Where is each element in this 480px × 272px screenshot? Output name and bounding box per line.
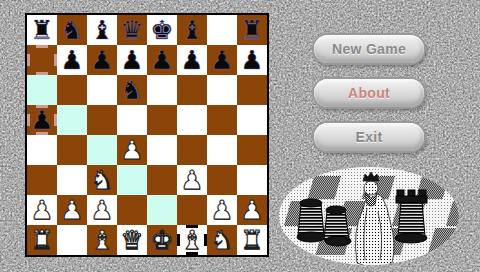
piece-white-knight: ♞ <box>207 225 237 255</box>
square-d3[interactable] <box>117 165 147 195</box>
square-e8[interactable]: ♚ <box>147 15 177 45</box>
square-d4[interactable]: ♟ <box>117 135 147 165</box>
square-c2[interactable]: ♟ <box>87 195 117 225</box>
square-d2[interactable] <box>117 195 147 225</box>
square-d7[interactable]: ♟ <box>117 45 147 75</box>
square-e2[interactable] <box>147 195 177 225</box>
piece-white-pawn: ♟ <box>27 195 57 225</box>
square-d1[interactable]: ♛ <box>117 225 147 255</box>
square-c1[interactable]: ♝ <box>87 225 117 255</box>
square-g4[interactable] <box>207 135 237 165</box>
piece-white-rook: ♜ <box>27 225 57 255</box>
piece-white-king: ♚ <box>147 225 177 255</box>
chess-board: ♜♞♝♛♚♝♜♟♟♟♟♟♟♟♞♟♟♞♟♟♟♟♟♟♜♝♛♚♝♞♜ <box>27 15 267 255</box>
square-f8[interactable]: ♝ <box>177 15 207 45</box>
square-d8[interactable]: ♛ <box>117 15 147 45</box>
square-c6[interactable] <box>87 75 117 105</box>
square-b5[interactable] <box>57 105 87 135</box>
piece-black-pawn: ♟ <box>27 105 57 135</box>
piece-white-pawn: ♟ <box>57 195 87 225</box>
main-menu: New GameAboutExit <box>314 35 424 167</box>
piece-white-bishop: ♝ <box>177 225 207 255</box>
square-f4[interactable] <box>177 135 207 165</box>
square-h6[interactable] <box>237 75 267 105</box>
piece-black-bishop: ♝ <box>87 15 117 45</box>
piece-white-pawn: ♟ <box>177 165 207 195</box>
piece-white-pawn: ♟ <box>117 135 147 165</box>
square-g5[interactable] <box>207 105 237 135</box>
square-g1[interactable]: ♞ <box>207 225 237 255</box>
square-a6[interactable] <box>27 75 57 105</box>
piece-white-bishop: ♝ <box>87 225 117 255</box>
square-e6[interactable] <box>147 75 177 105</box>
piece-black-knight: ♞ <box>117 75 147 105</box>
square-f5[interactable] <box>177 105 207 135</box>
square-f3[interactable]: ♟ <box>177 165 207 195</box>
menu-button-label: Exit <box>356 129 383 145</box>
piece-black-pawn: ♟ <box>57 45 87 75</box>
piece-black-rook: ♜ <box>237 15 267 45</box>
new-game-button[interactable]: New Game <box>314 35 424 63</box>
piece-black-knight: ♞ <box>57 15 87 45</box>
square-d6[interactable]: ♞ <box>117 75 147 105</box>
square-f1[interactable]: ♝ <box>177 225 207 255</box>
square-e4[interactable] <box>147 135 177 165</box>
square-f2[interactable] <box>177 195 207 225</box>
square-g6[interactable] <box>207 75 237 105</box>
square-f6[interactable] <box>177 75 207 105</box>
piece-white-rook: ♜ <box>237 225 267 255</box>
chess-artwork <box>279 166 459 266</box>
menu-button-label: About <box>348 85 390 101</box>
square-h3[interactable] <box>237 165 267 195</box>
piece-white-queen: ♛ <box>117 225 147 255</box>
square-a5[interactable]: ♟ <box>27 105 57 135</box>
square-h5[interactable] <box>237 105 267 135</box>
square-e5[interactable] <box>147 105 177 135</box>
piece-black-pawn: ♟ <box>87 45 117 75</box>
square-h4[interactable] <box>237 135 267 165</box>
piece-white-pawn: ♟ <box>87 195 117 225</box>
piece-black-pawn: ♟ <box>147 45 177 75</box>
square-a7[interactable] <box>27 45 57 75</box>
square-c8[interactable]: ♝ <box>87 15 117 45</box>
square-b2[interactable]: ♟ <box>57 195 87 225</box>
square-e7[interactable]: ♟ <box>147 45 177 75</box>
square-b8[interactable]: ♞ <box>57 15 87 45</box>
square-g3[interactable] <box>207 165 237 195</box>
square-b3[interactable] <box>57 165 87 195</box>
square-h1[interactable]: ♜ <box>237 225 267 255</box>
piece-black-pawn: ♟ <box>177 45 207 75</box>
square-a2[interactable]: ♟ <box>27 195 57 225</box>
square-c3[interactable]: ♞ <box>87 165 117 195</box>
square-b4[interactable] <box>57 135 87 165</box>
square-g7[interactable]: ♟ <box>207 45 237 75</box>
square-g8[interactable] <box>207 15 237 45</box>
engraving-scene <box>279 166 459 266</box>
square-f7[interactable]: ♟ <box>177 45 207 75</box>
piece-black-pawn: ♟ <box>237 45 267 75</box>
piece-black-pawn: ♟ <box>207 45 237 75</box>
menu-button-label: New Game <box>332 41 406 57</box>
square-b7[interactable]: ♟ <box>57 45 87 75</box>
piece-white-pawn: ♟ <box>207 195 237 225</box>
piece-black-pawn: ♟ <box>117 45 147 75</box>
square-d5[interactable] <box>117 105 147 135</box>
square-a1[interactable]: ♜ <box>27 225 57 255</box>
about-button[interactable]: About <box>314 79 424 107</box>
square-a4[interactable] <box>27 135 57 165</box>
piece-black-rook: ♜ <box>27 15 57 45</box>
exit-button[interactable]: Exit <box>314 123 424 151</box>
square-e1[interactable]: ♚ <box>147 225 177 255</box>
piece-black-queen: ♛ <box>117 15 147 45</box>
engraving-right-rook <box>395 190 427 243</box>
piece-black-king: ♚ <box>147 15 177 45</box>
square-b1[interactable] <box>57 225 87 255</box>
piece-white-knight: ♞ <box>87 165 117 195</box>
piece-black-bishop: ♝ <box>177 15 207 45</box>
square-c7[interactable]: ♟ <box>87 45 117 75</box>
square-a8[interactable]: ♜ <box>27 15 57 45</box>
square-b6[interactable] <box>57 75 87 105</box>
screen: ♜♞♝♛♚♝♜♟♟♟♟♟♟♟♞♟♟♞♟♟♟♟♟♟♜♝♛♚♝♞♜ New Game… <box>0 0 480 272</box>
square-c5[interactable] <box>87 105 117 135</box>
piece-white-pawn: ♟ <box>237 195 267 225</box>
chess-board-frame: ♜♞♝♛♚♝♜♟♟♟♟♟♟♟♞♟♟♞♟♟♟♟♟♟♜♝♛♚♝♞♜ <box>25 13 269 257</box>
square-e3[interactable] <box>147 165 177 195</box>
square-a3[interactable] <box>27 165 57 195</box>
square-c4[interactable] <box>87 135 117 165</box>
square-h2[interactable]: ♟ <box>237 195 267 225</box>
square-h7[interactable]: ♟ <box>237 45 267 75</box>
square-h8[interactable]: ♜ <box>237 15 267 45</box>
square-g2[interactable]: ♟ <box>207 195 237 225</box>
